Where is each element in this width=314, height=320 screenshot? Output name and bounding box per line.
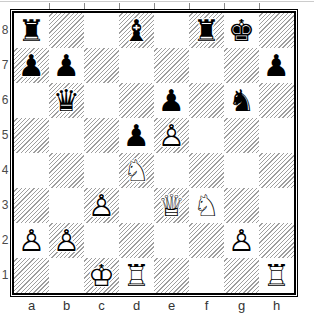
piece-white-pawn: ♟♙ (224, 223, 259, 258)
square-f7[interactable] (189, 48, 224, 83)
square-a5[interactable] (14, 118, 49, 153)
square-e4[interactable] (154, 153, 189, 188)
piece-black-queen: ♛♛ (49, 83, 84, 118)
piece-white-rook: ♜♖ (259, 258, 294, 293)
square-f3[interactable]: ♞♘ (189, 188, 224, 223)
rank-label-1: 1 (0, 258, 10, 293)
rank-label-5: 5 (0, 118, 10, 153)
file-label-b: b (49, 298, 84, 314)
white-pawn-glyph: ♙ (154, 118, 189, 153)
square-a4[interactable] (14, 153, 49, 188)
square-e2[interactable] (154, 223, 189, 258)
chess-diagram: 87654321 ♜♜♝♝♜♜♚♚♟♟♟♟♟♟♛♛♟♟♞♞♟♟♟♙♞♘♟♙♛♕♞… (0, 0, 314, 320)
white-pawn-glyph: ♙ (224, 223, 259, 258)
rank-label-2: 2 (0, 223, 10, 258)
piece-white-rook: ♜♖ (119, 258, 154, 293)
square-h1[interactable]: ♜♖ (259, 258, 294, 293)
piece-black-rook: ♜♜ (14, 13, 49, 48)
square-b6[interactable]: ♛♛ (49, 83, 84, 118)
square-f6[interactable] (189, 83, 224, 118)
piece-white-pawn: ♟♙ (14, 223, 49, 258)
piece-white-king: ♚♔ (84, 258, 119, 293)
square-f5[interactable] (189, 118, 224, 153)
square-g8[interactable]: ♚♚ (224, 13, 259, 48)
square-c1[interactable]: ♚♔ (84, 258, 119, 293)
piece-white-queen: ♛♕ (154, 188, 189, 223)
black-bishop-glyph: ♝ (119, 13, 154, 48)
square-e5[interactable]: ♟♙ (154, 118, 189, 153)
piece-black-pawn: ♟♟ (14, 48, 49, 83)
white-knight-glyph: ♘ (119, 153, 154, 188)
piece-black-knight: ♞♞ (224, 83, 259, 118)
piece-white-pawn: ♟♙ (154, 118, 189, 153)
square-d2[interactable] (119, 223, 154, 258)
black-pawn-glyph: ♟ (154, 83, 189, 118)
rank-label-4: 4 (0, 153, 10, 188)
square-c5[interactable] (84, 118, 119, 153)
square-b4[interactable] (49, 153, 84, 188)
square-a7[interactable]: ♟♟ (14, 48, 49, 83)
square-c3[interactable]: ♟♙ (84, 188, 119, 223)
square-g7[interactable] (224, 48, 259, 83)
square-d6[interactable] (119, 83, 154, 118)
file-label-f: f (189, 298, 224, 314)
piece-white-pawn: ♟♙ (49, 223, 84, 258)
file-labels: abcdefgh (14, 298, 294, 314)
square-d8[interactable]: ♝♝ (119, 13, 154, 48)
square-g3[interactable] (224, 188, 259, 223)
square-e1[interactable] (154, 258, 189, 293)
square-g6[interactable]: ♞♞ (224, 83, 259, 118)
square-h3[interactable] (259, 188, 294, 223)
square-c7[interactable] (84, 48, 119, 83)
piece-white-pawn: ♟♙ (84, 188, 119, 223)
square-a3[interactable] (14, 188, 49, 223)
file-label-e: e (154, 298, 189, 314)
piece-black-pawn: ♟♟ (49, 48, 84, 83)
square-d3[interactable] (119, 188, 154, 223)
chess-board-grid: ♜♜♝♝♜♜♚♚♟♟♟♟♟♟♛♛♟♟♞♞♟♟♟♙♞♘♟♙♛♕♞♘♟♙♟♙♟♙♚♔… (14, 13, 294, 293)
square-h7[interactable]: ♟♟ (259, 48, 294, 83)
file-label-g: g (224, 298, 259, 314)
square-d5[interactable]: ♟♟ (119, 118, 154, 153)
piece-white-knight: ♞♘ (119, 153, 154, 188)
square-c4[interactable] (84, 153, 119, 188)
piece-black-pawn: ♟♟ (154, 83, 189, 118)
square-e6[interactable]: ♟♟ (154, 83, 189, 118)
piece-white-knight: ♞♘ (189, 188, 224, 223)
file-label-c: c (84, 298, 119, 314)
black-rook-glyph: ♜ (189, 13, 224, 48)
square-c6[interactable] (84, 83, 119, 118)
file-label-h: h (259, 298, 294, 314)
rank-label-6: 6 (0, 83, 10, 118)
square-f2[interactable] (189, 223, 224, 258)
square-e8[interactable] (154, 13, 189, 48)
square-a2[interactable]: ♟♙ (14, 223, 49, 258)
square-g4[interactable] (224, 153, 259, 188)
piece-black-rook: ♜♜ (189, 13, 224, 48)
square-a1[interactable] (14, 258, 49, 293)
square-a6[interactable] (14, 83, 49, 118)
square-e7[interactable] (154, 48, 189, 83)
rank-labels: 87654321 (0, 13, 10, 293)
rank-label-8: 8 (0, 13, 10, 48)
square-h8[interactable] (259, 13, 294, 48)
black-pawn-glyph: ♟ (259, 48, 294, 83)
white-knight-glyph: ♘ (189, 188, 224, 223)
square-g5[interactable] (224, 118, 259, 153)
square-e3[interactable]: ♛♕ (154, 188, 189, 223)
square-g2[interactable]: ♟♙ (224, 223, 259, 258)
square-h4[interactable] (259, 153, 294, 188)
square-a8[interactable]: ♜♜ (14, 13, 49, 48)
white-rook-glyph: ♖ (119, 258, 154, 293)
white-pawn-glyph: ♙ (14, 223, 49, 258)
square-b1[interactable] (49, 258, 84, 293)
square-h6[interactable] (259, 83, 294, 118)
scan-edge-line (0, 1, 314, 2)
square-b8[interactable] (49, 13, 84, 48)
black-rook-glyph: ♜ (14, 13, 49, 48)
square-d4[interactable]: ♞♘ (119, 153, 154, 188)
white-rook-glyph: ♖ (259, 258, 294, 293)
black-pawn-glyph: ♟ (14, 48, 49, 83)
square-c8[interactable] (84, 13, 119, 48)
black-pawn-glyph: ♟ (119, 118, 154, 153)
piece-black-bishop: ♝♝ (119, 13, 154, 48)
white-queen-glyph: ♕ (154, 188, 189, 223)
square-h2[interactable] (259, 223, 294, 258)
chess-board: ♜♜♝♝♜♜♚♚♟♟♟♟♟♟♛♛♟♟♞♞♟♟♟♙♞♘♟♙♛♕♞♘♟♙♟♙♟♙♚♔… (10, 9, 298, 297)
square-d7[interactable] (119, 48, 154, 83)
file-label-a: a (14, 298, 49, 314)
square-b3[interactable] (49, 188, 84, 223)
rank-label-3: 3 (0, 188, 10, 223)
piece-black-pawn: ♟♟ (119, 118, 154, 153)
white-king-glyph: ♔ (84, 258, 119, 293)
black-knight-glyph: ♞ (224, 83, 259, 118)
square-f4[interactable] (189, 153, 224, 188)
white-pawn-glyph: ♙ (49, 223, 84, 258)
square-b5[interactable] (49, 118, 84, 153)
white-pawn-glyph: ♙ (84, 188, 119, 223)
black-queen-glyph: ♛ (49, 83, 84, 118)
square-f8[interactable]: ♜♜ (189, 13, 224, 48)
square-h5[interactable] (259, 118, 294, 153)
piece-black-king: ♚♚ (224, 13, 259, 48)
square-f1[interactable] (189, 258, 224, 293)
square-b7[interactable]: ♟♟ (49, 48, 84, 83)
piece-black-pawn: ♟♟ (259, 48, 294, 83)
square-g1[interactable] (224, 258, 259, 293)
rank-label-7: 7 (0, 48, 10, 83)
black-pawn-glyph: ♟ (49, 48, 84, 83)
square-b2[interactable]: ♟♙ (49, 223, 84, 258)
board-inner-border: ♜♜♝♝♜♜♚♚♟♟♟♟♟♟♛♛♟♟♞♞♟♟♟♙♞♘♟♙♛♕♞♘♟♙♟♙♟♙♚♔… (12, 11, 296, 295)
square-d1[interactable]: ♜♖ (119, 258, 154, 293)
black-king-glyph: ♚ (224, 13, 259, 48)
square-c2[interactable] (84, 223, 119, 258)
file-label-d: d (119, 298, 154, 314)
